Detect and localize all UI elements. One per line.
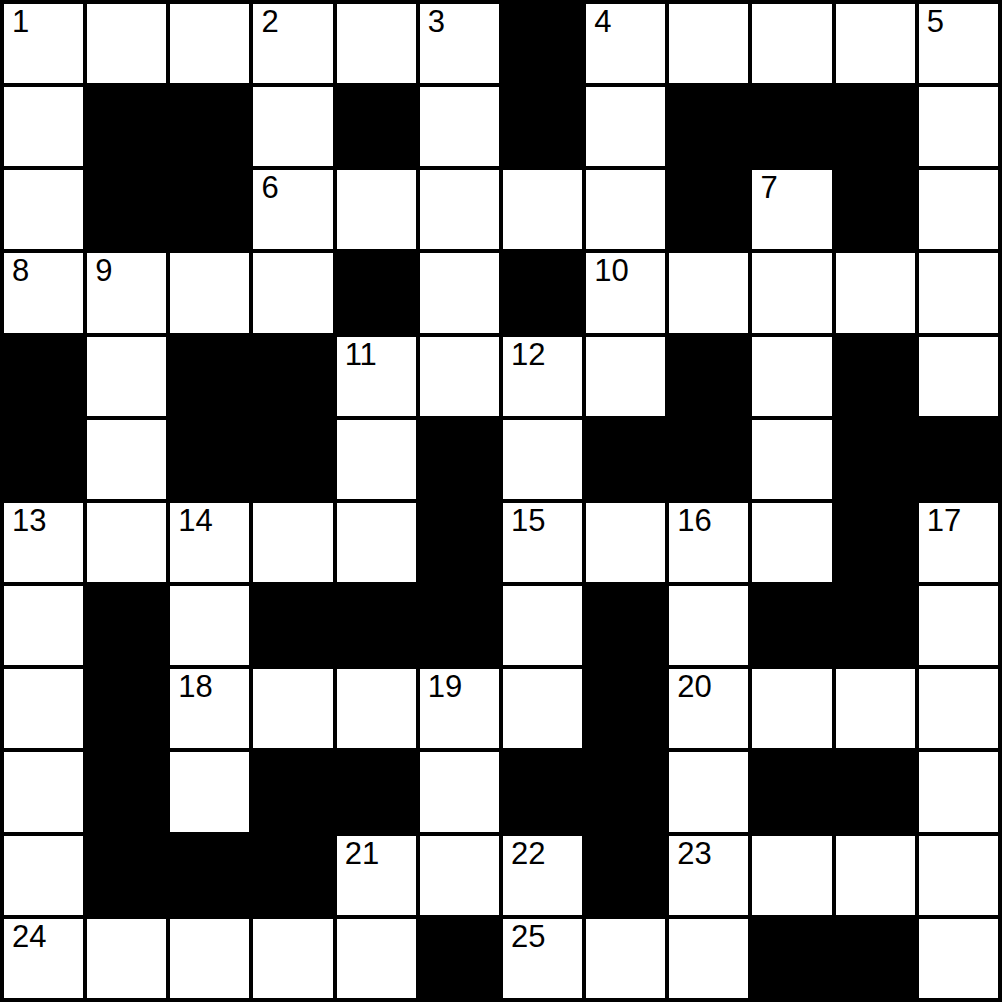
blocked-cell-r11-c9: [752, 919, 831, 998]
blocked-cell-r1-c9: [752, 87, 831, 166]
crossword-cell-r2-c0[interactable]: [4, 170, 83, 249]
clue-number-22: 22: [511, 838, 545, 869]
blocked-cell-r11-c5: [420, 919, 499, 998]
crossword-cell-r7-c0[interactable]: [4, 586, 83, 665]
crossword-cell-r1-c5[interactable]: [420, 87, 499, 166]
blocked-cell-r4-c2: [170, 337, 249, 416]
blocked-cell-r9-c10: [836, 752, 915, 831]
crossword-cell-r4-c9[interactable]: [752, 337, 831, 416]
blocked-cell-r2-c2: [170, 170, 249, 249]
clue-number-1: 1: [12, 6, 29, 37]
crossword-cell-r6-c4[interactable]: [337, 503, 416, 582]
clue-number-18: 18: [178, 671, 212, 702]
blocked-cell-r5-c3: [253, 420, 332, 499]
crossword-cell-r11-c6[interactable]: 25: [503, 919, 582, 998]
blocked-cell-r9-c6: [503, 752, 582, 831]
crossword-cell-r10-c5[interactable]: [420, 836, 499, 915]
blocked-cell-r3-c6: [503, 253, 582, 332]
blocked-cell-r8-c1: [87, 669, 166, 748]
blocked-cell-r4-c3: [253, 337, 332, 416]
blocked-cell-r5-c10: [836, 420, 915, 499]
crossword-cell-r3-c11[interactable]: [919, 253, 998, 332]
blocked-cell-r8-c7: [586, 669, 665, 748]
crossword-cell-r6-c8[interactable]: 16: [669, 503, 748, 582]
crossword-cell-r6-c2[interactable]: 14: [170, 503, 249, 582]
clue-number-2: 2: [261, 6, 278, 37]
blocked-cell-r2-c10: [836, 170, 915, 249]
clue-number-15: 15: [511, 505, 545, 536]
crossword-cell-r9-c8[interactable]: [669, 752, 748, 831]
crossword-cell-r4-c1[interactable]: [87, 337, 166, 416]
crossword-cell-r10-c9[interactable]: [752, 836, 831, 915]
blocked-cell-r5-c8: [669, 420, 748, 499]
blocked-cell-r5-c7: [586, 420, 665, 499]
clue-number-14: 14: [178, 505, 212, 536]
crossword-cell-r11-c2[interactable]: [170, 919, 249, 998]
crossword-cell-r8-c8[interactable]: 20: [669, 669, 748, 748]
clue-number-11: 11: [345, 339, 377, 370]
blocked-cell-r6-c5: [420, 503, 499, 582]
crossword-board: 1234567891011121314151617181920212223242…: [0, 0, 1002, 1002]
crossword-cell-r3-c5[interactable]: [420, 253, 499, 332]
crossword-cell-r0-c4[interactable]: [337, 4, 416, 83]
clue-number-16: 16: [677, 505, 711, 536]
crossword-cell-r3-c2[interactable]: [170, 253, 249, 332]
crossword-cell-r1-c3[interactable]: [253, 87, 332, 166]
crossword-cell-r4-c6[interactable]: 12: [503, 337, 582, 416]
clue-number-8: 8: [12, 255, 29, 286]
blocked-cell-r9-c9: [752, 752, 831, 831]
clue-number-9: 9: [95, 255, 112, 286]
crossword-cell-r3-c8[interactable]: [669, 253, 748, 332]
crossword-cell-r11-c8[interactable]: [669, 919, 748, 998]
crossword-cell-r9-c0[interactable]: [4, 752, 83, 831]
crossword-cell-r3-c1[interactable]: 9: [87, 253, 166, 332]
crossword-cell-r4-c7[interactable]: [586, 337, 665, 416]
crossword-cell-r0-c10[interactable]: [836, 4, 915, 83]
blocked-cell-r7-c7: [586, 586, 665, 665]
blocked-cell-r9-c4: [337, 752, 416, 831]
crossword-cell-r0-c0[interactable]: 1: [4, 4, 83, 83]
crossword-cell-r0-c8[interactable]: [669, 4, 748, 83]
crossword-cell-r10-c11[interactable]: [919, 836, 998, 915]
blocked-cell-r1-c6: [503, 87, 582, 166]
crossword-cell-r8-c11[interactable]: [919, 669, 998, 748]
crossword-cell-r10-c10[interactable]: [836, 836, 915, 915]
blocked-cell-r9-c1: [87, 752, 166, 831]
crossword-cell-r6-c1[interactable]: [87, 503, 166, 582]
crossword-cell-r2-c7[interactable]: [586, 170, 665, 249]
blocked-cell-r9-c7: [586, 752, 665, 831]
blocked-cell-r11-c10: [836, 919, 915, 998]
crossword-cell-r0-c2[interactable]: [170, 4, 249, 83]
blocked-cell-r10-c2: [170, 836, 249, 915]
blocked-cell-r5-c2: [170, 420, 249, 499]
clue-number-5: 5: [927, 6, 944, 37]
blocked-cell-r7-c1: [87, 586, 166, 665]
clue-number-19: 19: [428, 671, 462, 702]
clue-number-17: 17: [927, 505, 961, 536]
blocked-cell-r1-c4: [337, 87, 416, 166]
crossword-cell-r2-c4[interactable]: [337, 170, 416, 249]
clue-number-20: 20: [677, 671, 711, 702]
blocked-cell-r1-c8: [669, 87, 748, 166]
crossword-cell-r8-c4[interactable]: [337, 669, 416, 748]
clue-number-3: 3: [428, 6, 445, 37]
crossword-cell-r2-c3[interactable]: 6: [253, 170, 332, 249]
crossword-cell-r7-c11[interactable]: [919, 586, 998, 665]
clue-number-23: 23: [677, 838, 711, 869]
crossword-cell-r2-c9[interactable]: 7: [752, 170, 831, 249]
crossword-cell-r4-c5[interactable]: [420, 337, 499, 416]
crossword-cell-r0-c9[interactable]: [752, 4, 831, 83]
crossword-cell-r11-c7[interactable]: [586, 919, 665, 998]
blocked-cell-r7-c5: [420, 586, 499, 665]
blocked-cell-r4-c10: [836, 337, 915, 416]
crossword-cell-r4-c4[interactable]: 11: [337, 337, 416, 416]
crossword-cell-r10-c4[interactable]: 21: [337, 836, 416, 915]
blocked-cell-r2-c1: [87, 170, 166, 249]
crossword-cell-r10-c8[interactable]: 23: [669, 836, 748, 915]
crossword-cell-r5-c9[interactable]: [752, 420, 831, 499]
blocked-cell-r10-c7: [586, 836, 665, 915]
clue-number-7: 7: [760, 172, 777, 203]
crossword-cell-r10-c0[interactable]: [4, 836, 83, 915]
clue-number-21: 21: [345, 838, 379, 869]
clue-number-25: 25: [511, 921, 545, 952]
crossword-cell-r6-c0[interactable]: 13: [4, 503, 83, 582]
crossword-cell-r3-c10[interactable]: [836, 253, 915, 332]
crossword-cell-r4-c11[interactable]: [919, 337, 998, 416]
blocked-cell-r10-c1: [87, 836, 166, 915]
crossword-cell-r11-c1[interactable]: [87, 919, 166, 998]
crossword-cell-r0-c3[interactable]: 2: [253, 4, 332, 83]
clue-number-13: 13: [12, 505, 46, 536]
clue-number-4: 4: [594, 6, 611, 37]
crossword-cell-r0-c11[interactable]: 5: [919, 4, 998, 83]
crossword-cell-r1-c0[interactable]: [4, 87, 83, 166]
crossword-cell-r5-c4[interactable]: [337, 420, 416, 499]
blocked-cell-r4-c8: [669, 337, 748, 416]
blocked-cell-r7-c10: [836, 586, 915, 665]
crossword-cell-r2-c11[interactable]: [919, 170, 998, 249]
crossword-cell-r7-c6[interactable]: [503, 586, 582, 665]
crossword-cell-r11-c3[interactable]: [253, 919, 332, 998]
crossword-cell-r3-c9[interactable]: [752, 253, 831, 332]
crossword-cell-r8-c0[interactable]: [4, 669, 83, 748]
crossword-cell-r8-c9[interactable]: [752, 669, 831, 748]
crossword-cell-r9-c11[interactable]: [919, 752, 998, 831]
crossword-cell-r5-c6[interactable]: [503, 420, 582, 499]
crossword-cell-r6-c11[interactable]: 17: [919, 503, 998, 582]
crossword-cell-r7-c8[interactable]: [669, 586, 748, 665]
crossword-cell-r9-c2[interactable]: [170, 752, 249, 831]
crossword-cell-r8-c10[interactable]: [836, 669, 915, 748]
blocked-cell-r7-c9: [752, 586, 831, 665]
crossword-cell-r11-c4[interactable]: [337, 919, 416, 998]
blocked-cell-r2-c8: [669, 170, 748, 249]
crossword-cell-r6-c9[interactable]: [752, 503, 831, 582]
crossword-cell-r6-c3[interactable]: [253, 503, 332, 582]
crossword-cell-r3-c3[interactable]: [253, 253, 332, 332]
crossword-cell-r2-c6[interactable]: [503, 170, 582, 249]
blocked-cell-r10-c3: [253, 836, 332, 915]
blocked-cell-r7-c4: [337, 586, 416, 665]
crossword-cell-r0-c1[interactable]: [87, 4, 166, 83]
crossword-cell-r8-c6[interactable]: [503, 669, 582, 748]
crossword-cell-r11-c0[interactable]: 24: [4, 919, 83, 998]
crossword-cell-r1-c11[interactable]: [919, 87, 998, 166]
crossword-cell-r8-c5[interactable]: 19: [420, 669, 499, 748]
clue-number-10: 10: [594, 255, 628, 286]
crossword-cell-r9-c5[interactable]: [420, 752, 499, 831]
blocked-cell-r3-c4: [337, 253, 416, 332]
blocked-cell-r1-c1: [87, 87, 166, 166]
crossword-cell-r8-c3[interactable]: [253, 669, 332, 748]
blocked-cell-r1-c10: [836, 87, 915, 166]
blocked-cell-r0-c6: [503, 4, 582, 83]
blocked-cell-r5-c0: [4, 420, 83, 499]
crossword-cell-r10-c6[interactable]: 22: [503, 836, 582, 915]
crossword-cell-r0-c7[interactable]: 4: [586, 4, 665, 83]
crossword-cell-r7-c2[interactable]: [170, 586, 249, 665]
blocked-cell-r5-c11: [919, 420, 998, 499]
blocked-cell-r4-c0: [4, 337, 83, 416]
crossword-cell-r1-c7[interactable]: [586, 87, 665, 166]
crossword-cell-r5-c1[interactable]: [87, 420, 166, 499]
crossword-cell-r3-c0[interactable]: 8: [4, 253, 83, 332]
clue-number-6: 6: [261, 172, 278, 203]
clue-number-24: 24: [12, 921, 46, 952]
blocked-cell-r9-c3: [253, 752, 332, 831]
crossword-cell-r0-c5[interactable]: 3: [420, 4, 499, 83]
crossword-cell-r3-c7[interactable]: 10: [586, 253, 665, 332]
blocked-cell-r5-c5: [420, 420, 499, 499]
crossword-cell-r6-c6[interactable]: 15: [503, 503, 582, 582]
blocked-cell-r6-c10: [836, 503, 915, 582]
blocked-cell-r1-c2: [170, 87, 249, 166]
crossword-cell-r11-c11[interactable]: [919, 919, 998, 998]
crossword-cell-r6-c7[interactable]: [586, 503, 665, 582]
crossword-cell-r8-c2[interactable]: 18: [170, 669, 249, 748]
clue-number-12: 12: [511, 339, 545, 370]
blocked-cell-r7-c3: [253, 586, 332, 665]
crossword-cell-r2-c5[interactable]: [420, 170, 499, 249]
